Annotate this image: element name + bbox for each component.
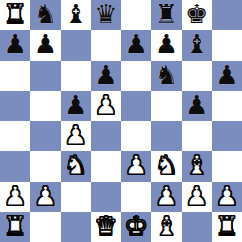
square-f8[interactable]: ♜ xyxy=(151,0,181,30)
square-g3[interactable]: ♝ xyxy=(182,151,212,181)
white-pawn[interactable]: ♟ xyxy=(124,152,147,178)
square-e4[interactable] xyxy=(121,121,151,151)
square-h4[interactable] xyxy=(212,121,242,151)
square-c8[interactable]: ♝ xyxy=(61,0,91,30)
black-pawn[interactable]: ♟ xyxy=(34,31,57,57)
square-c7[interactable] xyxy=(61,30,91,60)
white-pawn[interactable]: ♟ xyxy=(34,183,57,209)
square-a1[interactable]: ♜ xyxy=(0,212,30,242)
white-rook[interactable]: ♜ xyxy=(215,213,238,239)
square-b3[interactable] xyxy=(30,151,60,181)
square-g8[interactable]: ♚ xyxy=(182,0,212,30)
square-c1[interactable] xyxy=(61,212,91,242)
white-pawn[interactable]: ♟ xyxy=(215,183,238,209)
white-bishop[interactable]: ♝ xyxy=(155,213,178,239)
square-b7[interactable]: ♟ xyxy=(30,30,60,60)
white-pawn[interactable]: ♟ xyxy=(94,92,117,118)
square-a2[interactable]: ♟ xyxy=(0,182,30,212)
black-queen[interactable]: ♛ xyxy=(94,1,117,27)
black-pawn[interactable]: ♟ xyxy=(155,31,178,57)
square-b6[interactable] xyxy=(30,61,60,91)
square-f4[interactable] xyxy=(151,121,181,151)
square-g7[interactable]: ♝ xyxy=(182,30,212,60)
square-a8[interactable]: ♜ xyxy=(0,0,30,30)
square-h5[interactable] xyxy=(212,91,242,121)
square-g1[interactable] xyxy=(182,212,212,242)
square-e8[interactable] xyxy=(121,0,151,30)
black-pawn[interactable]: ♟ xyxy=(215,62,238,88)
black-pawn[interactable]: ♟ xyxy=(94,62,117,88)
square-a7[interactable]: ♟ xyxy=(0,30,30,60)
square-h8[interactable] xyxy=(212,0,242,30)
white-rook[interactable]: ♜ xyxy=(3,213,26,239)
black-knight[interactable]: ♞ xyxy=(155,62,178,88)
square-f2[interactable]: ♟ xyxy=(151,182,181,212)
square-e3[interactable]: ♟ xyxy=(121,151,151,181)
white-pawn[interactable]: ♟ xyxy=(155,183,178,209)
square-f1[interactable]: ♝ xyxy=(151,212,181,242)
square-d6[interactable]: ♟ xyxy=(91,61,121,91)
square-g5[interactable]: ♟ xyxy=(182,91,212,121)
white-knight[interactable]: ♞ xyxy=(64,152,87,178)
square-b8[interactable]: ♞ xyxy=(30,0,60,30)
square-c6[interactable] xyxy=(61,61,91,91)
square-e2[interactable] xyxy=(121,182,151,212)
white-queen[interactable]: ♛ xyxy=(94,213,117,239)
black-pawn[interactable]: ♟ xyxy=(124,31,147,57)
chess-board[interactable]: ♜♞♝♛♜♚♟♟♟♟♝♟♞♟♟♟♟♟♞♟♞♝♟♟♟♟♟♜♛♚♝♜ xyxy=(0,0,242,242)
square-c4[interactable]: ♟ xyxy=(61,121,91,151)
white-knight[interactable]: ♞ xyxy=(155,152,178,178)
square-g4[interactable] xyxy=(182,121,212,151)
square-d2[interactable] xyxy=(91,182,121,212)
square-h1[interactable]: ♜ xyxy=(212,212,242,242)
square-f3[interactable]: ♞ xyxy=(151,151,181,181)
black-pawn[interactable]: ♟ xyxy=(185,92,208,118)
square-f6[interactable]: ♞ xyxy=(151,61,181,91)
white-pawn[interactable]: ♟ xyxy=(185,183,208,209)
black-bishop[interactable]: ♝ xyxy=(185,31,208,57)
square-g2[interactable]: ♟ xyxy=(182,182,212,212)
square-b1[interactable] xyxy=(30,212,60,242)
white-pawn[interactable]: ♟ xyxy=(3,183,26,209)
square-h6[interactable]: ♟ xyxy=(212,61,242,91)
square-e1[interactable]: ♚ xyxy=(121,212,151,242)
square-c2[interactable] xyxy=(61,182,91,212)
square-d3[interactable] xyxy=(91,151,121,181)
black-pawn[interactable]: ♟ xyxy=(3,31,26,57)
square-a6[interactable] xyxy=(0,61,30,91)
white-rook[interactable]: ♜ xyxy=(3,1,26,27)
black-knight[interactable]: ♞ xyxy=(34,1,57,27)
square-g6[interactable] xyxy=(182,61,212,91)
square-b5[interactable] xyxy=(30,91,60,121)
square-e5[interactable] xyxy=(121,91,151,121)
square-d8[interactable]: ♛ xyxy=(91,0,121,30)
white-pawn[interactable]: ♟ xyxy=(64,122,87,148)
black-bishop[interactable]: ♝ xyxy=(64,1,87,27)
square-c3[interactable]: ♞ xyxy=(61,151,91,181)
square-d4[interactable] xyxy=(91,121,121,151)
square-d5[interactable]: ♟ xyxy=(91,91,121,121)
white-king[interactable]: ♚ xyxy=(124,213,147,239)
black-king[interactable]: ♚ xyxy=(185,1,208,27)
square-d7[interactable] xyxy=(91,30,121,60)
square-f5[interactable] xyxy=(151,91,181,121)
black-pawn[interactable]: ♟ xyxy=(64,92,87,118)
white-bishop[interactable]: ♝ xyxy=(185,152,208,178)
square-e7[interactable]: ♟ xyxy=(121,30,151,60)
square-h7[interactable] xyxy=(212,30,242,60)
black-rook[interactable]: ♜ xyxy=(155,1,178,27)
square-b2[interactable]: ♟ xyxy=(30,182,60,212)
square-a5[interactable] xyxy=(0,91,30,121)
square-a4[interactable] xyxy=(0,121,30,151)
square-b4[interactable] xyxy=(30,121,60,151)
square-h2[interactable]: ♟ xyxy=(212,182,242,212)
square-f7[interactable]: ♟ xyxy=(151,30,181,60)
square-c5[interactable]: ♟ xyxy=(61,91,91,121)
square-h3[interactable] xyxy=(212,151,242,181)
square-e6[interactable] xyxy=(121,61,151,91)
square-a3[interactable] xyxy=(0,151,30,181)
square-d1[interactable]: ♛ xyxy=(91,212,121,242)
